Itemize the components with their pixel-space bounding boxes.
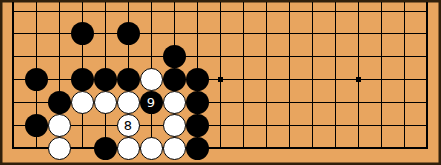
black-stone bbox=[186, 114, 209, 137]
grid-line bbox=[243, 2, 244, 149]
grid-line bbox=[426, 2, 428, 149]
grid-line bbox=[220, 2, 221, 149]
white-stone bbox=[117, 91, 140, 114]
grid-line bbox=[12, 2, 14, 149]
black-stone bbox=[71, 22, 94, 45]
grid-line bbox=[12, 147, 428, 149]
black-stone bbox=[117, 22, 140, 45]
move-number-label: 9 bbox=[147, 95, 155, 108]
black-stone bbox=[25, 114, 48, 137]
grid-line bbox=[266, 2, 267, 149]
white-stone bbox=[117, 137, 140, 160]
black-stone bbox=[25, 68, 48, 91]
black-stone bbox=[94, 68, 117, 91]
black-stone bbox=[163, 68, 186, 91]
go-board-diagram: 98 bbox=[0, 0, 441, 165]
white-stone bbox=[48, 137, 71, 160]
star-point bbox=[356, 77, 361, 82]
white-stone bbox=[71, 91, 94, 114]
white-stone bbox=[140, 137, 163, 160]
grid-line bbox=[12, 56, 428, 57]
white-stone: 8 bbox=[117, 114, 140, 137]
black-stone bbox=[186, 137, 209, 160]
white-stone bbox=[163, 114, 186, 137]
grid-line bbox=[289, 2, 290, 149]
grid-line bbox=[404, 2, 405, 149]
black-stone bbox=[186, 68, 209, 91]
black-stone bbox=[48, 91, 71, 114]
grid-line bbox=[312, 2, 313, 149]
white-stone bbox=[48, 114, 71, 137]
white-stone bbox=[163, 91, 186, 114]
grid-line bbox=[335, 2, 336, 149]
grid-line bbox=[12, 125, 428, 126]
white-stone bbox=[140, 68, 163, 91]
star-point bbox=[218, 77, 223, 82]
black-stone bbox=[163, 45, 186, 68]
move-number-label: 8 bbox=[124, 118, 132, 131]
black-stone: 9 bbox=[140, 91, 163, 114]
white-stone bbox=[94, 91, 117, 114]
grid-line bbox=[381, 2, 382, 149]
grid-line bbox=[12, 11, 428, 12]
black-stone bbox=[71, 68, 94, 91]
grid-line bbox=[358, 2, 359, 149]
black-stone bbox=[186, 91, 209, 114]
black-stone bbox=[94, 137, 117, 160]
white-stone bbox=[163, 137, 186, 160]
black-stone bbox=[117, 68, 140, 91]
